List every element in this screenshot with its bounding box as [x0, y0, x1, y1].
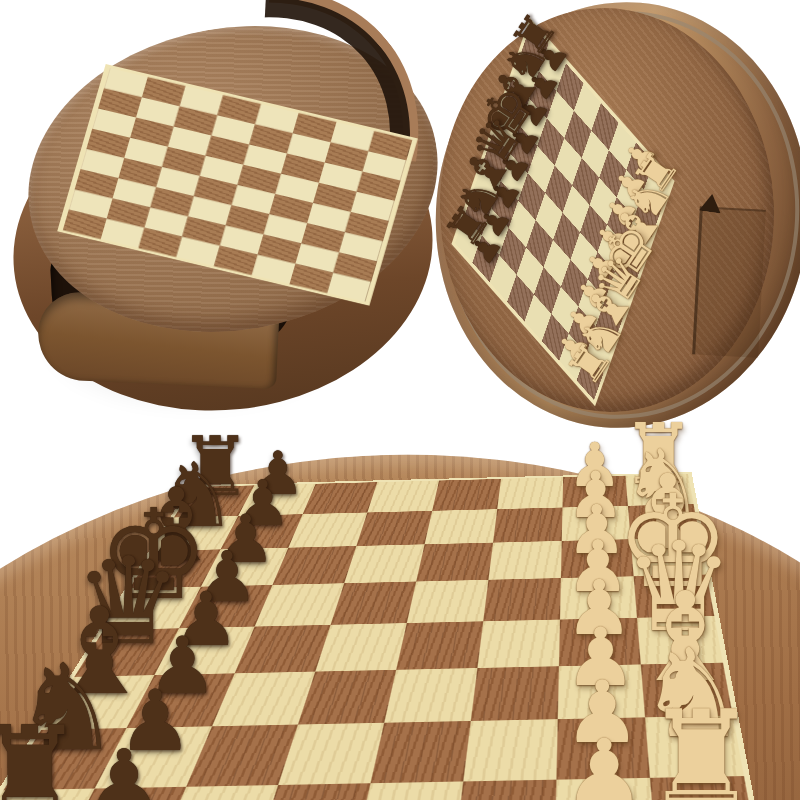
main-square-c2 [558, 664, 645, 719]
main-square-a1 [650, 776, 757, 800]
main-square-h2 [562, 476, 627, 508]
main-square-e2 [560, 576, 637, 619]
main-square-g1 [628, 504, 700, 539]
main-square-g2 [562, 506, 631, 541]
main-square-a3 [455, 780, 557, 800]
main-square-b2 [556, 717, 650, 779]
main-square-b4 [371, 721, 471, 783]
main-square-c3 [471, 666, 559, 721]
main-square-e1 [634, 575, 715, 618]
main-square-e4 [407, 580, 489, 623]
main-square-d5 [315, 623, 406, 672]
main-square-b1 [645, 716, 744, 778]
main-square-c4 [384, 668, 477, 723]
main-square-e3 [483, 578, 561, 621]
main-square-d4 [396, 621, 483, 669]
main-square-b3 [463, 719, 557, 781]
main-square-h6 [303, 482, 378, 514]
main-square-e5 [331, 582, 417, 625]
main-square-h4 [432, 479, 501, 511]
main-square-a8 [0, 789, 95, 800]
view-tabletop-board: ♜♟♟♜♞♟♟♞♝♟♟♝♚♟♟♚♛♟♟♛♝♟♟♝♞♟♟♞♜♟♟♜ [0, 0, 800, 800]
main-square-d3 [477, 620, 560, 668]
main-square-g4 [425, 509, 498, 544]
main-square-d1 [637, 616, 723, 664]
main-square-f5 [344, 544, 424, 583]
main-square-a4 [355, 781, 464, 800]
main-square-f3 [488, 541, 561, 580]
main-square-c5 [298, 670, 396, 725]
main-square-h3 [497, 477, 563, 509]
main-square-a2 [555, 778, 656, 800]
main-square-g5 [356, 511, 432, 546]
main-square-f1 [631, 537, 707, 576]
main-square-f2 [561, 539, 634, 578]
main-square-h5 [367, 481, 439, 513]
product-photo-stage: ♜♟♝♟♞♟♛♟♜♟♟♝ ♟♜♟♜♟♞♟♞♟♝♟♝♟♚♟♚♟♛♟♛♟♝♟♝♟♞♟… [0, 0, 800, 800]
main-square-h1 [625, 474, 693, 506]
main-square-g3 [493, 507, 562, 542]
main-square-c1 [641, 663, 733, 718]
main-square-f4 [416, 543, 493, 582]
main-square-d2 [559, 618, 641, 666]
main-square-g6 [288, 512, 367, 547]
